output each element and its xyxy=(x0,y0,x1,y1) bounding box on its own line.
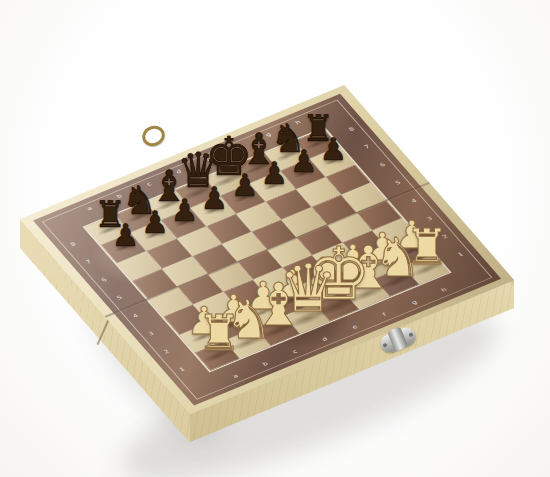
chess-set-photo: aa88bb77cc66dd55ee44ff33gg22hh11♜♞♝♛♚♝♞♜… xyxy=(0,0,550,477)
clasp-loop-icon xyxy=(139,123,167,150)
